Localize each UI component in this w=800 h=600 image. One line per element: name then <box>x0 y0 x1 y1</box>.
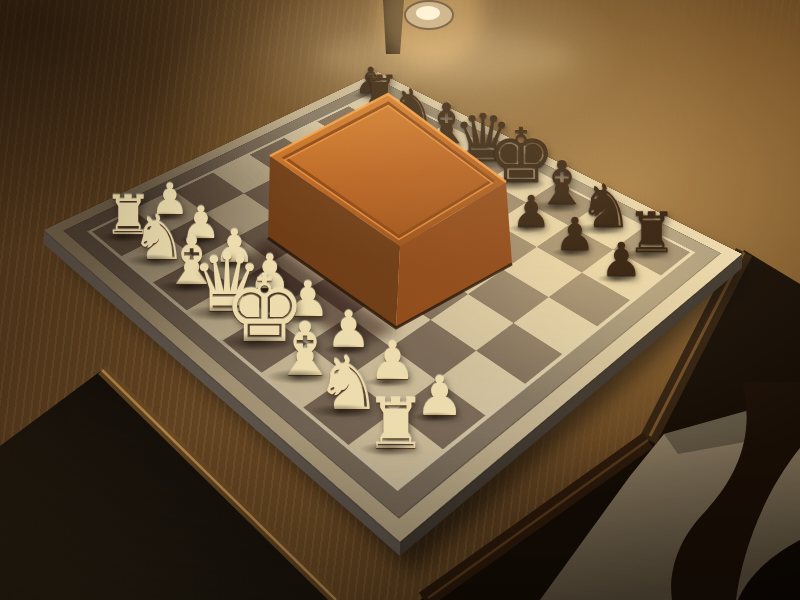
photo-scene: ♜♞♝♛♚♝♞♜♟♟♟♟♟♟♟♟♜♞♝♛♚♝♞♜♟♟♟♟ <box>0 0 800 600</box>
